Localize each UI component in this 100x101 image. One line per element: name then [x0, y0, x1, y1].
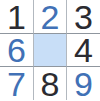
cell-r2c1[interactable]: 6 [0, 34, 34, 67]
cell-digit: 1 [7, 0, 26, 34]
cell-r3c1[interactable]: 7 [0, 67, 34, 100]
cell-r2c2-selected[interactable] [34, 34, 67, 67]
cell-r2c3[interactable]: 4 [67, 34, 100, 67]
cell-digit: 7 [7, 67, 26, 101]
cell-digit: 3 [74, 0, 93, 34]
cell-digit: 9 [74, 67, 93, 101]
cell-r1c3[interactable]: 3 [67, 0, 100, 34]
cell-r1c2[interactable]: 2 [34, 0, 67, 34]
cell-digit: 4 [74, 33, 93, 67]
cell-digit: 2 [41, 0, 60, 34]
cell-r1c1[interactable]: 1 [0, 0, 34, 34]
cell-r3c2[interactable]: 8 [34, 67, 67, 100]
cell-r3c3[interactable]: 9 [67, 67, 100, 100]
sudoku-board: 1 2 3 6 4 7 8 9 [0, 0, 100, 100]
cell-digit: 6 [7, 33, 26, 67]
cell-digit: 8 [41, 67, 60, 101]
